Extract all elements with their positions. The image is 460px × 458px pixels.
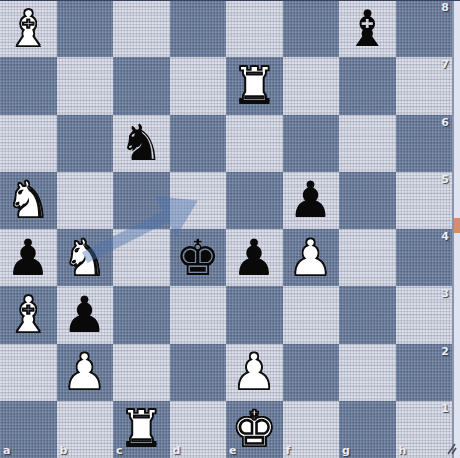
- square-f2[interactable]: [283, 344, 340, 401]
- square-b1[interactable]: b: [57, 401, 114, 458]
- window-top-border: [0, 0, 460, 1]
- file-label-g: g: [342, 444, 350, 457]
- square-a1[interactable]: a: [0, 401, 57, 458]
- square-d8[interactable]: [170, 0, 227, 57]
- square-e5[interactable]: [226, 172, 283, 229]
- square-d5[interactable]: [170, 172, 227, 229]
- square-d4[interactable]: ♚: [170, 229, 227, 286]
- square-f7[interactable]: [283, 57, 340, 114]
- square-d2[interactable]: [170, 344, 227, 401]
- resize-grip-icon[interactable]: [440, 440, 457, 455]
- square-a7[interactable]: [0, 57, 57, 114]
- square-a3[interactable]: ♝: [0, 286, 57, 343]
- square-c5[interactable]: [113, 172, 170, 229]
- square-g4[interactable]: [339, 229, 396, 286]
- square-d6[interactable]: [170, 115, 227, 172]
- square-f6[interactable]: [283, 115, 340, 172]
- black-pawn[interactable]: ♟: [283, 172, 340, 229]
- square-b8[interactable]: [57, 0, 114, 57]
- chess-board: ♝♝8♜7♞6♞♟5♟♞♚♟♟4♝♟3♟♟2abc♜de♚fgh1: [0, 0, 452, 458]
- white-rook[interactable]: ♜: [226, 57, 283, 114]
- square-a5[interactable]: ♞: [0, 172, 57, 229]
- square-g5[interactable]: [339, 172, 396, 229]
- rank-label-3: 3: [441, 287, 449, 300]
- rank-label-5: 5: [441, 173, 449, 186]
- square-f5[interactable]: ♟: [283, 172, 340, 229]
- white-king[interactable]: ♚: [226, 401, 283, 458]
- square-g2[interactable]: [339, 344, 396, 401]
- rank-label-2: 2: [441, 345, 449, 358]
- rank-label-1: 1: [441, 402, 449, 415]
- square-f1[interactable]: f: [283, 401, 340, 458]
- file-label-b: b: [60, 444, 68, 457]
- square-d3[interactable]: [170, 286, 227, 343]
- white-pawn[interactable]: ♟: [226, 344, 283, 401]
- square-g7[interactable]: [339, 57, 396, 114]
- black-pawn[interactable]: ♟: [226, 229, 283, 286]
- square-g6[interactable]: [339, 115, 396, 172]
- square-a8[interactable]: ♝: [0, 0, 57, 57]
- black-pawn[interactable]: ♟: [57, 286, 114, 343]
- square-b3[interactable]: ♟: [57, 286, 114, 343]
- square-h3[interactable]: 3: [396, 286, 453, 343]
- white-pawn[interactable]: ♟: [283, 229, 340, 286]
- square-f4[interactable]: ♟: [283, 229, 340, 286]
- square-b4[interactable]: ♞: [57, 229, 114, 286]
- square-d7[interactable]: [170, 57, 227, 114]
- square-f8[interactable]: [283, 0, 340, 57]
- scrollbar-strip[interactable]: [452, 0, 460, 458]
- black-bishop[interactable]: ♝: [339, 0, 396, 57]
- square-f3[interactable]: [283, 286, 340, 343]
- square-e4[interactable]: ♟: [226, 229, 283, 286]
- square-c7[interactable]: [113, 57, 170, 114]
- square-c2[interactable]: [113, 344, 170, 401]
- square-a6[interactable]: [0, 115, 57, 172]
- square-h4[interactable]: 4: [396, 229, 453, 286]
- white-bishop[interactable]: ♝: [0, 0, 57, 57]
- square-g3[interactable]: [339, 286, 396, 343]
- square-e2[interactable]: ♟: [226, 344, 283, 401]
- square-c3[interactable]: [113, 286, 170, 343]
- file-label-a: a: [3, 444, 10, 457]
- square-g8[interactable]: ♝: [339, 0, 396, 57]
- square-h8[interactable]: 8: [396, 0, 453, 57]
- rank-label-6: 6: [441, 116, 449, 129]
- square-b6[interactable]: [57, 115, 114, 172]
- square-h7[interactable]: 7: [396, 57, 453, 114]
- square-b2[interactable]: ♟: [57, 344, 114, 401]
- square-c1[interactable]: c♜: [113, 401, 170, 458]
- square-h2[interactable]: 2: [396, 344, 453, 401]
- chess-app-window: ♝♝8♜7♞6♞♟5♟♞♚♟♟4♝♟3♟♟2abc♜de♚fgh1: [0, 0, 460, 458]
- square-e1[interactable]: e♚: [226, 401, 283, 458]
- white-knight[interactable]: ♞: [0, 172, 57, 229]
- white-knight[interactable]: ♞: [57, 229, 114, 286]
- square-h6[interactable]: 6: [396, 115, 453, 172]
- square-a2[interactable]: [0, 344, 57, 401]
- square-e3[interactable]: [226, 286, 283, 343]
- file-label-h: h: [399, 444, 407, 457]
- file-label-f: f: [286, 444, 291, 457]
- square-e6[interactable]: [226, 115, 283, 172]
- square-c4[interactable]: [113, 229, 170, 286]
- white-pawn[interactable]: ♟: [57, 344, 114, 401]
- rank-label-8: 8: [441, 1, 449, 14]
- square-c6[interactable]: ♞: [113, 115, 170, 172]
- square-h5[interactable]: 5: [396, 172, 453, 229]
- rank-label-4: 4: [441, 230, 449, 243]
- square-a4[interactable]: ♟: [0, 229, 57, 286]
- rank-label-7: 7: [441, 58, 449, 71]
- square-b5[interactable]: [57, 172, 114, 229]
- scrollbar-marker[interactable]: [454, 218, 460, 233]
- black-pawn[interactable]: ♟: [0, 229, 57, 286]
- square-e8[interactable]: [226, 0, 283, 57]
- square-b7[interactable]: [57, 57, 114, 114]
- black-king[interactable]: ♚: [170, 229, 227, 286]
- white-bishop[interactable]: ♝: [0, 286, 57, 343]
- file-label-d: d: [173, 444, 181, 457]
- square-g1[interactable]: g: [339, 401, 396, 458]
- square-e7[interactable]: ♜: [226, 57, 283, 114]
- square-c8[interactable]: [113, 0, 170, 57]
- black-knight[interactable]: ♞: [113, 115, 170, 172]
- white-rook[interactable]: ♜: [113, 401, 170, 458]
- square-d1[interactable]: d: [170, 401, 227, 458]
